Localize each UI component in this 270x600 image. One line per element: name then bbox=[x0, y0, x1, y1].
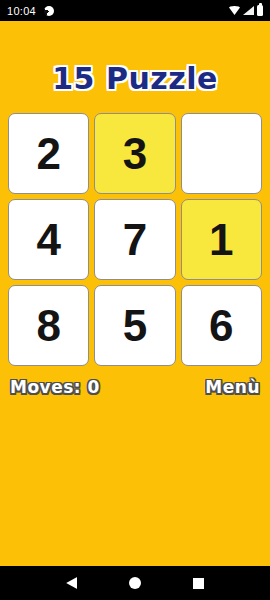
puzzle-board: 23471856 bbox=[0, 113, 270, 366]
tile-number: 5 bbox=[123, 304, 147, 348]
clock-time: 10:04 bbox=[7, 5, 36, 17]
tile-number: 7 bbox=[123, 218, 147, 262]
home-button[interactable] bbox=[115, 566, 155, 600]
status-icons bbox=[229, 5, 263, 16]
battery-icon bbox=[257, 5, 263, 16]
puzzle-tile-4[interactable]: 4 bbox=[8, 199, 89, 280]
footer-row: Moves: 0 Menù bbox=[0, 377, 270, 397]
puzzle-tile-3[interactable]: 3 bbox=[94, 113, 175, 194]
home-icon bbox=[129, 577, 141, 589]
empty-tile bbox=[181, 113, 262, 194]
background-area bbox=[0, 397, 270, 566]
puzzle-tile-1[interactable]: 1 bbox=[181, 199, 262, 280]
tile-number: 4 bbox=[36, 218, 60, 262]
puzzle-tile-8[interactable]: 8 bbox=[8, 285, 89, 366]
puzzle-tile-2[interactable]: 2 bbox=[8, 113, 89, 194]
menu-button[interactable]: Menù bbox=[205, 377, 260, 397]
back-icon bbox=[66, 577, 77, 589]
signal-icon bbox=[243, 6, 254, 15]
wifi-icon bbox=[229, 6, 240, 15]
status-bar: 10:04 bbox=[0, 0, 270, 21]
recents-icon bbox=[193, 578, 204, 589]
back-button[interactable] bbox=[52, 566, 92, 600]
tile-number: 6 bbox=[209, 304, 233, 348]
android-nav-bar bbox=[0, 566, 270, 600]
tile-number: 1 bbox=[209, 218, 233, 262]
tile-number: 2 bbox=[36, 132, 60, 176]
puzzle-tile-7[interactable]: 7 bbox=[94, 199, 175, 280]
puzzle-tile-6[interactable]: 6 bbox=[181, 285, 262, 366]
puzzle-tile-5[interactable]: 5 bbox=[94, 285, 175, 366]
tile-number: 3 bbox=[123, 132, 147, 176]
page-title: 15 Puzzle bbox=[0, 61, 270, 97]
notification-icon bbox=[44, 6, 54, 16]
tile-number: 8 bbox=[36, 304, 60, 348]
moves-counter: Moves: 0 bbox=[10, 377, 100, 397]
recents-button[interactable] bbox=[178, 566, 218, 600]
